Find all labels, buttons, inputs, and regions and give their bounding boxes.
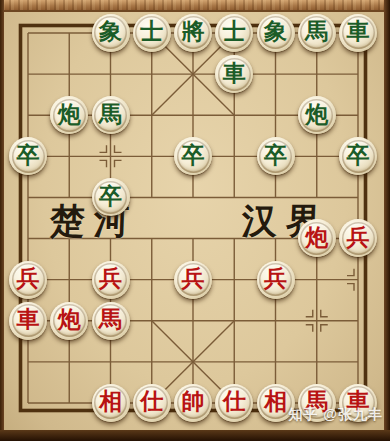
piece-red-advisor[interactable]: 仕 xyxy=(215,384,253,422)
piece-black-horse[interactable]: 馬 xyxy=(298,14,336,52)
piece-glyph: 卒 xyxy=(17,144,40,167)
piece-glyph: 車 xyxy=(347,20,370,43)
piece-glyph: 兵 xyxy=(99,267,122,290)
piece-glyph: 卒 xyxy=(182,144,205,167)
piece-red-soldier[interactable]: 兵 xyxy=(92,261,130,299)
piece-black-chariot[interactable]: 車 xyxy=(339,14,377,52)
piece-red-general[interactable]: 帥 xyxy=(174,384,212,422)
piece-red-soldier[interactable]: 兵 xyxy=(257,261,295,299)
piece-glyph: 炮 xyxy=(58,103,81,126)
piece-glyph: 相 xyxy=(264,390,287,413)
piece-black-cannon[interactable]: 炮 xyxy=(50,96,88,134)
piece-glyph: 卒 xyxy=(347,144,370,167)
piece-black-soldier[interactable]: 卒 xyxy=(92,178,130,216)
piece-black-elephant[interactable]: 象 xyxy=(92,14,130,52)
piece-black-soldier[interactable]: 卒 xyxy=(9,137,47,175)
piece-glyph: 馬 xyxy=(305,20,328,43)
xiangqi-app: 楚河 汉界 象士將士象馬車車炮馬炮卒卒卒卒卒炮兵兵兵兵兵車炮馬相仕帥仕相馬車 知… xyxy=(0,0,390,441)
piece-glyph: 將 xyxy=(182,20,205,43)
piece-red-soldier[interactable]: 兵 xyxy=(9,261,47,299)
piece-black-elephant[interactable]: 象 xyxy=(257,14,295,52)
xiangqi-board[interactable]: 象士將士象馬車車炮馬炮卒卒卒卒卒炮兵兵兵兵兵車炮馬相仕帥仕相馬車 xyxy=(7,12,378,423)
piece-glyph: 相 xyxy=(99,390,122,413)
piece-glyph: 兵 xyxy=(264,267,287,290)
piece-glyph: 兵 xyxy=(347,226,370,249)
piece-glyph: 象 xyxy=(264,20,287,43)
piece-black-horse[interactable]: 馬 xyxy=(92,96,130,134)
piece-black-soldier[interactable]: 卒 xyxy=(339,137,377,175)
piece-black-advisor[interactable]: 士 xyxy=(215,14,253,52)
piece-black-advisor[interactable]: 士 xyxy=(133,14,171,52)
piece-glyph: 卒 xyxy=(99,185,122,208)
piece-glyph: 象 xyxy=(99,20,122,43)
piece-glyph: 車 xyxy=(17,308,40,331)
piece-black-soldier[interactable]: 卒 xyxy=(174,137,212,175)
piece-glyph: 炮 xyxy=(58,308,81,331)
piece-glyph: 兵 xyxy=(17,267,40,290)
piece-glyph: 士 xyxy=(140,20,163,43)
piece-glyph: 車 xyxy=(223,62,246,85)
piece-glyph: 士 xyxy=(223,20,246,43)
piece-black-soldier[interactable]: 卒 xyxy=(257,137,295,175)
piece-red-horse[interactable]: 馬 xyxy=(92,302,130,340)
piece-glyph: 兵 xyxy=(182,267,205,290)
piece-red-cannon[interactable]: 炮 xyxy=(298,219,336,257)
piece-red-soldier[interactable]: 兵 xyxy=(174,261,212,299)
piece-glyph: 炮 xyxy=(305,103,328,126)
piece-black-general[interactable]: 將 xyxy=(174,14,212,52)
piece-red-elephant[interactable]: 相 xyxy=(92,384,130,422)
piece-black-cannon[interactable]: 炮 xyxy=(298,96,336,134)
piece-red-advisor[interactable]: 仕 xyxy=(133,384,171,422)
piece-glyph: 帥 xyxy=(182,390,205,413)
piece-glyph: 馬 xyxy=(99,308,122,331)
piece-red-chariot[interactable]: 車 xyxy=(9,302,47,340)
piece-glyph: 馬 xyxy=(99,103,122,126)
watermark: 知乎 @张九丰 xyxy=(288,406,383,424)
piece-black-chariot[interactable]: 車 xyxy=(215,55,253,93)
piece-red-cannon[interactable]: 炮 xyxy=(50,302,88,340)
piece-glyph: 仕 xyxy=(223,390,246,413)
piece-red-soldier[interactable]: 兵 xyxy=(339,219,377,257)
piece-glyph: 卒 xyxy=(264,144,287,167)
piece-glyph: 炮 xyxy=(305,226,328,249)
piece-glyph: 仕 xyxy=(140,390,163,413)
